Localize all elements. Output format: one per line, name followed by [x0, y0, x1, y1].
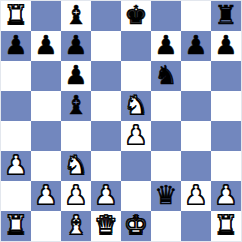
square-a3[interactable]: ♟	[1, 151, 31, 181]
square-b6[interactable]	[31, 61, 61, 91]
square-c1[interactable]: ♝	[61, 211, 91, 241]
square-g8[interactable]	[181, 1, 211, 31]
square-f1[interactable]	[151, 211, 181, 241]
square-a4[interactable]	[1, 121, 31, 151]
square-g3[interactable]	[181, 151, 211, 181]
square-e8[interactable]: ♚	[121, 1, 151, 31]
square-e2[interactable]	[121, 181, 151, 211]
square-b7[interactable]: ♟	[31, 31, 61, 61]
square-e5[interactable]: ♞	[121, 91, 151, 121]
piece-black-pawn: ♟	[34, 32, 57, 58]
square-f6[interactable]: ♞	[151, 61, 181, 91]
square-a2[interactable]	[1, 181, 31, 211]
piece-black-king: ♚	[124, 2, 147, 28]
square-b4[interactable]	[31, 121, 61, 151]
square-c4[interactable]	[61, 121, 91, 151]
square-f4[interactable]	[151, 121, 181, 151]
piece-white-pawn: ♟	[4, 152, 27, 178]
square-b2[interactable]: ♟	[31, 181, 61, 211]
square-a7[interactable]: ♟	[1, 31, 31, 61]
square-f3[interactable]	[151, 151, 181, 181]
square-d6[interactable]	[91, 61, 121, 91]
square-h2[interactable]: ♟	[211, 181, 241, 211]
piece-black-pawn: ♟	[64, 62, 87, 88]
piece-black-queen: ♛	[154, 182, 177, 208]
square-c3[interactable]: ♞	[61, 151, 91, 181]
square-f5[interactable]	[151, 91, 181, 121]
piece-white-knight: ♞	[64, 152, 87, 178]
piece-black-pawn: ♟	[214, 32, 237, 58]
square-h6[interactable]	[211, 61, 241, 91]
piece-white-knight: ♞	[124, 92, 147, 118]
square-a8[interactable]: ♜	[1, 1, 31, 31]
piece-black-bishop: ♝	[64, 2, 87, 28]
piece-white-bishop: ♝	[64, 212, 87, 238]
square-d3[interactable]	[91, 151, 121, 181]
piece-black-rook: ♜	[214, 2, 237, 28]
square-e4[interactable]: ♟	[121, 121, 151, 151]
square-e1[interactable]: ♚	[121, 211, 151, 241]
piece-white-pawn: ♟	[214, 182, 237, 208]
square-d2[interactable]: ♟	[91, 181, 121, 211]
square-c7[interactable]: ♟	[61, 31, 91, 61]
piece-black-pawn: ♟	[64, 32, 87, 58]
piece-white-pawn: ♟	[64, 182, 87, 208]
piece-white-king: ♚	[124, 212, 147, 238]
chess-board: ♜♝♚♜♟♟♟♟♟♟♟♞♝♞♟♟♞♟♟♟♛♟♟♜♝♛♚♜	[0, 0, 242, 242]
square-e6[interactable]	[121, 61, 151, 91]
piece-black-pawn: ♟	[184, 32, 207, 58]
square-a1[interactable]: ♜	[1, 211, 31, 241]
piece-white-rook: ♜	[4, 212, 27, 238]
square-b5[interactable]	[31, 91, 61, 121]
square-c5[interactable]: ♝	[61, 91, 91, 121]
square-h3[interactable]	[211, 151, 241, 181]
square-f7[interactable]: ♟	[151, 31, 181, 61]
square-f8[interactable]	[151, 1, 181, 31]
piece-white-pawn: ♟	[184, 182, 207, 208]
square-d1[interactable]: ♛	[91, 211, 121, 241]
square-a6[interactable]	[1, 61, 31, 91]
square-f2[interactable]: ♛	[151, 181, 181, 211]
square-g5[interactable]	[181, 91, 211, 121]
square-b8[interactable]	[31, 1, 61, 31]
square-e7[interactable]	[121, 31, 151, 61]
piece-black-bishop: ♝	[64, 92, 87, 118]
piece-black-pawn: ♟	[154, 32, 177, 58]
square-g2[interactable]: ♟	[181, 181, 211, 211]
square-h4[interactable]	[211, 121, 241, 151]
piece-black-knight: ♞	[154, 62, 177, 88]
piece-black-pawn: ♟	[4, 32, 27, 58]
piece-white-pawn: ♟	[124, 122, 147, 148]
piece-white-pawn: ♟	[34, 182, 57, 208]
square-d4[interactable]	[91, 121, 121, 151]
square-h5[interactable]	[211, 91, 241, 121]
square-g7[interactable]: ♟	[181, 31, 211, 61]
square-c6[interactable]: ♟	[61, 61, 91, 91]
square-c8[interactable]: ♝	[61, 1, 91, 31]
square-h1[interactable]: ♜	[211, 211, 241, 241]
square-d7[interactable]	[91, 31, 121, 61]
square-h8[interactable]: ♜	[211, 1, 241, 31]
square-c2[interactable]: ♟	[61, 181, 91, 211]
piece-white-pawn: ♟	[94, 182, 117, 208]
square-d5[interactable]	[91, 91, 121, 121]
square-g1[interactable]	[181, 211, 211, 241]
square-b1[interactable]	[31, 211, 61, 241]
square-g6[interactable]	[181, 61, 211, 91]
square-g4[interactable]	[181, 121, 211, 151]
square-a5[interactable]	[1, 91, 31, 121]
square-d8[interactable]	[91, 1, 121, 31]
piece-white-rook: ♜	[4, 2, 27, 28]
piece-white-queen: ♛	[94, 212, 117, 238]
chess-board-container: ♜♝♚♜♟♟♟♟♟♟♟♞♝♞♟♟♞♟♟♟♛♟♟♜♝♛♚♜	[0, 0, 242, 242]
square-h7[interactable]: ♟	[211, 31, 241, 61]
square-b3[interactable]	[31, 151, 61, 181]
square-e3[interactable]	[121, 151, 151, 181]
piece-white-rook: ♜	[214, 212, 237, 238]
